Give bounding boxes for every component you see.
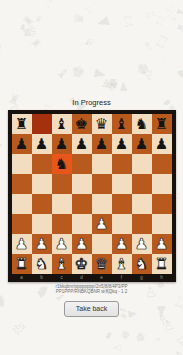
square-g8[interactable]: ♞ xyxy=(132,114,152,134)
black-king: ♚ xyxy=(75,114,88,134)
black-bishop: ♝ xyxy=(55,114,68,134)
square-h4[interactable] xyxy=(152,194,172,214)
square-f8[interactable]: ♝ xyxy=(112,114,132,134)
white-rook: ♜ xyxy=(15,254,28,274)
take-back-button[interactable]: Take back xyxy=(64,301,120,317)
square-b4[interactable] xyxy=(32,194,52,214)
square-c1[interactable]: ♝ xyxy=(52,254,72,274)
square-g4[interactable] xyxy=(132,194,152,214)
file-coordinates: abcdefgh xyxy=(12,274,172,282)
square-f3[interactable] xyxy=(112,214,132,234)
black-pawn: ♟ xyxy=(115,134,128,154)
white-pawn: ♟ xyxy=(35,234,48,254)
square-h2[interactable]: ♟ xyxy=(152,234,172,254)
square-c7[interactable]: ♟ xyxy=(52,134,72,154)
black-knight: ♞ xyxy=(55,154,68,174)
square-g3[interactable] xyxy=(132,214,152,234)
square-h1[interactable]: ♜ xyxy=(152,254,172,274)
black-pawn: ♟ xyxy=(155,134,168,154)
black-pawn: ♟ xyxy=(15,134,28,154)
square-a7[interactable]: ♟ xyxy=(12,134,32,154)
file-label-g: g xyxy=(132,274,152,282)
square-d2[interactable]: ♟ xyxy=(72,234,92,254)
square-c6[interactable]: ♞ xyxy=(52,154,72,174)
black-pawn: ♟ xyxy=(95,134,108,154)
white-pawn: ♟ xyxy=(75,234,88,254)
white-king: ♚ xyxy=(75,254,88,274)
square-g5[interactable] xyxy=(132,174,152,194)
black-rook: ♜ xyxy=(155,114,168,134)
square-h5[interactable] xyxy=(152,174,172,194)
square-d8[interactable]: ♚ xyxy=(72,114,92,134)
black-queen: ♛ xyxy=(95,114,108,134)
file-label-f: f xyxy=(112,274,132,282)
square-b1[interactable]: ♞ xyxy=(32,254,52,274)
square-a6[interactable] xyxy=(12,154,32,174)
square-g6[interactable] xyxy=(132,154,152,174)
square-d1[interactable]: ♚ xyxy=(72,254,92,274)
square-d5[interactable] xyxy=(72,174,92,194)
square-e6[interactable] xyxy=(92,154,112,174)
square-h8[interactable]: ♜ xyxy=(152,114,172,134)
wallpaper-piece-glyph: ♚ xyxy=(132,329,149,345)
square-f4[interactable] xyxy=(112,194,132,214)
black-rook: ♜ xyxy=(15,114,28,134)
square-h7[interactable]: ♟ xyxy=(152,134,172,154)
square-d3[interactable] xyxy=(72,214,92,234)
square-d6[interactable] xyxy=(72,154,92,174)
square-c2[interactable]: ♟ xyxy=(52,234,72,254)
square-b6[interactable] xyxy=(32,154,52,174)
square-b8[interactable] xyxy=(32,114,52,134)
square-a4[interactable] xyxy=(12,194,32,214)
file-label-b: b xyxy=(32,274,52,282)
white-pawn: ♟ xyxy=(135,234,148,254)
file-label-e: e xyxy=(92,274,112,282)
white-pawn: ♟ xyxy=(95,214,108,234)
square-d7[interactable]: ♟ xyxy=(72,134,92,154)
chess-board: ♜♝♚♛♝♞♜♟♟♟♟♟♟♟♟♞♟♟♟♟♟♟♟♟♜♞♝♚♛♝♞♜ abcdefg… xyxy=(8,110,176,282)
square-b5[interactable] xyxy=(32,174,52,194)
white-bishop: ♝ xyxy=(115,254,128,274)
fen-caption: r1bkqbnr/pppppppp/2n5/8/8/4P3/PPPP1PPP/R… xyxy=(55,284,129,294)
square-a1[interactable]: ♜ xyxy=(12,254,32,274)
black-pawn: ♟ xyxy=(55,134,68,154)
file-label-h: h xyxy=(152,274,172,282)
square-d4[interactable] xyxy=(72,194,92,214)
white-knight: ♞ xyxy=(35,254,48,274)
white-pawn: ♟ xyxy=(15,234,28,254)
square-e5[interactable] xyxy=(92,174,112,194)
white-queen: ♛ xyxy=(95,254,108,274)
square-f6[interactable] xyxy=(112,154,132,174)
white-rook: ♜ xyxy=(155,254,168,274)
wallpaper-piece-glyph: ♗ xyxy=(151,333,165,346)
white-pawn: ♟ xyxy=(115,234,128,254)
square-h3[interactable] xyxy=(152,214,172,234)
square-c3[interactable] xyxy=(52,214,72,234)
white-bishop: ♝ xyxy=(55,254,68,274)
square-b2[interactable]: ♟ xyxy=(32,234,52,254)
square-c8[interactable]: ♝ xyxy=(52,114,72,134)
square-a3[interactable] xyxy=(12,214,32,234)
square-g2[interactable]: ♟ xyxy=(132,234,152,254)
square-c5[interactable] xyxy=(52,174,72,194)
square-f1[interactable]: ♝ xyxy=(112,254,132,274)
square-e4[interactable] xyxy=(92,194,112,214)
square-f7[interactable]: ♟ xyxy=(112,134,132,154)
square-e7[interactable]: ♟ xyxy=(92,134,112,154)
board-grid: ♜♝♚♛♝♞♜♟♟♟♟♟♟♟♟♞♟♟♟♟♟♟♟♟♜♞♝♚♛♝♞♜ xyxy=(12,114,172,274)
game-status-text: In Progress xyxy=(0,98,183,107)
square-e1[interactable]: ♛ xyxy=(92,254,112,274)
square-f2[interactable]: ♟ xyxy=(112,234,132,254)
square-b3[interactable] xyxy=(32,214,52,234)
square-a8[interactable]: ♜ xyxy=(12,114,32,134)
square-e8[interactable]: ♛ xyxy=(92,114,112,134)
square-a5[interactable] xyxy=(12,174,32,194)
file-label-a: a xyxy=(12,274,32,282)
file-label-d: d xyxy=(72,274,92,282)
black-knight: ♞ xyxy=(135,114,148,134)
square-e2[interactable] xyxy=(92,234,112,254)
black-pawn: ♟ xyxy=(135,134,148,154)
white-pawn: ♟ xyxy=(155,234,168,254)
square-g7[interactable]: ♟ xyxy=(132,134,152,154)
file-label-c: c xyxy=(52,274,72,282)
black-pawn: ♟ xyxy=(35,134,48,154)
wallpaper-piece-glyph: ♙ xyxy=(112,342,125,352)
white-knight: ♞ xyxy=(135,254,148,274)
square-a2[interactable]: ♟ xyxy=(12,234,32,254)
app-screen: In Progress ♜♝♚♛♝♞♜♟♟♟♟♟♟♟♟♞♟♟♟♟♟♟♟♟♜♞♝♚… xyxy=(0,0,183,317)
square-e3[interactable]: ♟ xyxy=(92,214,112,234)
white-pawn: ♟ xyxy=(55,234,68,254)
square-f5[interactable] xyxy=(112,174,132,194)
wallpaper-piece-glyph: ♞ xyxy=(102,328,116,342)
black-bishop: ♝ xyxy=(115,114,128,134)
square-g1[interactable]: ♞ xyxy=(132,254,152,274)
black-pawn: ♟ xyxy=(75,134,88,154)
square-c4[interactable] xyxy=(52,194,72,214)
square-h6[interactable] xyxy=(152,154,172,174)
square-b7[interactable]: ♟ xyxy=(32,134,52,154)
